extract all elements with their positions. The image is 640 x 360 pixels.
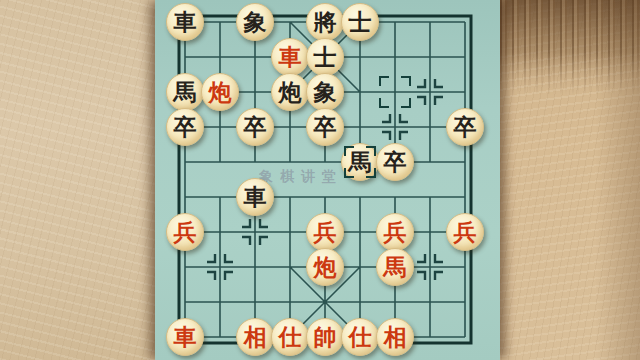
board-point-r3c1[interactable]	[203, 110, 238, 145]
board-point-r9c1[interactable]	[203, 320, 238, 355]
piece-red-兵[interactable]: 兵	[376, 213, 414, 251]
board-point-r9c3[interactable]: 仕	[273, 320, 308, 355]
board-point-r8c1[interactable]	[203, 285, 238, 320]
board-point-r2c6[interactable]	[378, 75, 413, 110]
board-point-r3c8[interactable]: 卒	[448, 110, 483, 145]
piece-black-卒[interactable]: 卒	[446, 108, 484, 146]
board-point-r7c7[interactable]	[413, 250, 448, 285]
piece-black-卒[interactable]: 卒	[306, 108, 344, 146]
piece-black-炮[interactable]: 炮	[271, 73, 309, 111]
board-point-r4c5[interactable]: 馬	[343, 145, 378, 180]
board-point-r9c5[interactable]: 仕	[343, 320, 378, 355]
left-parchment-margin	[0, 0, 155, 360]
board-point-r8c5[interactable]	[343, 285, 378, 320]
board-point-r0c4[interactable]: 將	[308, 5, 343, 40]
board-point-r2c7[interactable]	[413, 75, 448, 110]
piece-black-將[interactable]: 將	[306, 3, 344, 41]
piece-black-卒[interactable]: 卒	[376, 143, 414, 181]
right-parchment-margin	[500, 0, 640, 360]
piece-red-相[interactable]: 相	[236, 318, 274, 356]
board-point-r7c5[interactable]	[343, 250, 378, 285]
piece-red-兵[interactable]: 兵	[306, 213, 344, 251]
piece-black-馬[interactable]: 馬	[341, 143, 379, 181]
board-point-r5c5[interactable]	[343, 180, 378, 215]
xiangqi-board: 象棋讲堂 車象將士車士馬炮炮象卒卒卒卒馬卒車兵兵兵兵炮馬車相仕帥仕相	[155, 0, 500, 360]
board-point-r6c1[interactable]	[203, 215, 238, 250]
board-point-r6c0[interactable]: 兵	[168, 215, 203, 250]
piece-red-仕[interactable]: 仕	[341, 318, 379, 356]
board-point-r2c1[interactable]: 炮	[203, 75, 238, 110]
board-point-r0c6[interactable]	[378, 5, 413, 40]
board-point-r5c8[interactable]	[448, 180, 483, 215]
piece-black-馬[interactable]: 馬	[166, 73, 204, 111]
board-point-r1c6[interactable]	[378, 40, 413, 75]
board-point-r7c6[interactable]: 馬	[378, 250, 413, 285]
board-point-r7c8[interactable]	[448, 250, 483, 285]
piece-red-馬[interactable]: 馬	[376, 248, 414, 286]
screenshot-stage: 象棋讲堂 車象將士車士馬炮炮象卒卒卒卒馬卒車兵兵兵兵炮馬車相仕帥仕相	[0, 0, 640, 360]
piece-black-車[interactable]: 車	[236, 178, 274, 216]
board-point-r4c8[interactable]	[448, 145, 483, 180]
board-point-r4c7[interactable]	[413, 145, 448, 180]
board-point-r0c1[interactable]	[203, 5, 238, 40]
piece-red-炮[interactable]: 炮	[306, 248, 344, 286]
board-point-r0c3[interactable]	[273, 5, 308, 40]
board-point-r0c8[interactable]	[448, 5, 483, 40]
board-point-r1c4[interactable]: 士	[308, 40, 343, 75]
board-point-r6c5[interactable]	[343, 215, 378, 250]
piece-red-仕[interactable]: 仕	[271, 318, 309, 356]
board-point-r3c6[interactable]	[378, 110, 413, 145]
piece-red-車[interactable]: 車	[271, 38, 309, 76]
board-point-r5c2[interactable]: 車	[238, 180, 273, 215]
board-point-r2c0[interactable]: 馬	[168, 75, 203, 110]
board-point-r1c2[interactable]	[238, 40, 273, 75]
board-point-r7c0[interactable]	[168, 250, 203, 285]
piece-red-相[interactable]: 相	[376, 318, 414, 356]
board-point-r7c1[interactable]	[203, 250, 238, 285]
board-point-r3c2[interactable]: 卒	[238, 110, 273, 145]
board-point-r7c2[interactable]	[238, 250, 273, 285]
piece-black-士[interactable]: 士	[306, 38, 344, 76]
board-point-r9c0[interactable]: 車	[168, 320, 203, 355]
board-point-r2c4[interactable]: 象	[308, 75, 343, 110]
piece-black-士[interactable]: 士	[341, 3, 379, 41]
board-point-r5c3[interactable]	[273, 180, 308, 215]
board-point-r5c7[interactable]	[413, 180, 448, 215]
board-point-r4c3[interactable]	[273, 145, 308, 180]
board-point-r6c6[interactable]: 兵	[378, 215, 413, 250]
piece-red-車[interactable]: 車	[166, 318, 204, 356]
board-point-r5c6[interactable]	[378, 180, 413, 215]
piece-black-象[interactable]: 象	[236, 3, 274, 41]
board-point-r8c4[interactable]	[308, 285, 343, 320]
piece-black-車[interactable]: 車	[166, 3, 204, 41]
board-point-r5c4[interactable]	[308, 180, 343, 215]
board-point-r7c4[interactable]: 炮	[308, 250, 343, 285]
board-point-r9c4[interactable]: 帥	[308, 320, 343, 355]
piece-red-炮[interactable]: 炮	[201, 73, 239, 111]
piece-red-帥[interactable]: 帥	[306, 318, 344, 356]
board-point-r1c5[interactable]	[343, 40, 378, 75]
board-point-r3c5[interactable]	[343, 110, 378, 145]
board-point-r3c4[interactable]: 卒	[308, 110, 343, 145]
board-grid: 車象將士車士馬炮炮象卒卒卒卒馬卒車兵兵兵兵炮馬車相仕帥仕相	[168, 5, 483, 355]
piece-black-卒[interactable]: 卒	[236, 108, 274, 146]
board-point-r0c0[interactable]: 車	[168, 5, 203, 40]
board-point-r3c3[interactable]	[273, 110, 308, 145]
board-point-r2c5[interactable]	[343, 75, 378, 110]
board-point-r8c3[interactable]	[273, 285, 308, 320]
board-point-r5c1[interactable]	[203, 180, 238, 215]
board-point-r9c6[interactable]: 相	[378, 320, 413, 355]
piece-black-卒[interactable]: 卒	[166, 108, 204, 146]
board-point-r1c8[interactable]	[448, 40, 483, 75]
board-point-r4c2[interactable]	[238, 145, 273, 180]
board-point-r6c8[interactable]: 兵	[448, 215, 483, 250]
board-point-r5c0[interactable]	[168, 180, 203, 215]
board-point-r1c0[interactable]	[168, 40, 203, 75]
piece-black-象[interactable]: 象	[306, 73, 344, 111]
board-point-r1c1[interactable]	[203, 40, 238, 75]
board-point-r8c2[interactable]	[238, 285, 273, 320]
board-point-r7c3[interactable]	[273, 250, 308, 285]
board-point-r8c0[interactable]	[168, 285, 203, 320]
board-point-r1c3[interactable]: 車	[273, 40, 308, 75]
board-point-r4c1[interactable]	[203, 145, 238, 180]
board-point-r8c8[interactable]	[448, 285, 483, 320]
board-point-r9c7[interactable]	[413, 320, 448, 355]
board-point-r6c3[interactable]	[273, 215, 308, 250]
piece-red-兵[interactable]: 兵	[166, 213, 204, 251]
board-point-r4c4[interactable]	[308, 145, 343, 180]
board-point-r4c0[interactable]	[168, 145, 203, 180]
board-point-r6c4[interactable]: 兵	[308, 215, 343, 250]
board-point-r6c2[interactable]	[238, 215, 273, 250]
board-point-r3c7[interactable]	[413, 110, 448, 145]
board-point-r4c6[interactable]: 卒	[378, 145, 413, 180]
board-point-r8c6[interactable]	[378, 285, 413, 320]
board-point-r0c2[interactable]: 象	[238, 5, 273, 40]
board-point-r0c7[interactable]	[413, 5, 448, 40]
board-point-r8c7[interactable]	[413, 285, 448, 320]
board-point-r9c2[interactable]: 相	[238, 320, 273, 355]
board-point-r9c8[interactable]	[448, 320, 483, 355]
board-point-r2c8[interactable]	[448, 75, 483, 110]
board-point-r6c7[interactable]	[413, 215, 448, 250]
board-point-r2c3[interactable]: 炮	[273, 75, 308, 110]
board-point-r2c2[interactable]	[238, 75, 273, 110]
board-point-r1c7[interactable]	[413, 40, 448, 75]
board-point-r0c5[interactable]: 士	[343, 5, 378, 40]
piece-red-兵[interactable]: 兵	[446, 213, 484, 251]
board-point-r3c0[interactable]: 卒	[168, 110, 203, 145]
